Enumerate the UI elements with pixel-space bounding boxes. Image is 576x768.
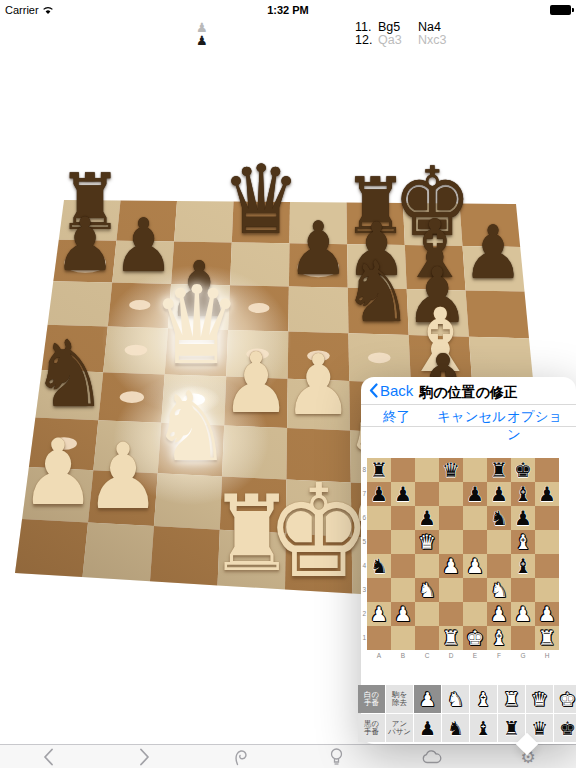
next-move-button[interactable] <box>128 745 160 768</box>
square-g7[interactable]: ♝ <box>511 482 535 506</box>
white-king-icon: ♚ <box>559 688 576 710</box>
white-knight-icon: ♞ <box>447 688 464 710</box>
square-h2[interactable]: ♟ <box>535 602 559 626</box>
rank-labels: 87654321 <box>361 458 366 650</box>
square-f1[interactable]: ♝ <box>487 626 511 650</box>
palette-white-king[interactable]: ♚ <box>554 685 576 713</box>
chevron-left-icon <box>43 748 54 766</box>
file-label: E <box>463 651 487 661</box>
white-pawn: ♟ <box>538 602 556 626</box>
square-a6[interactable] <box>367 506 391 530</box>
square-h5[interactable] <box>535 530 559 554</box>
square-f7[interactable]: ♟ <box>487 482 511 506</box>
black-pawn: ♟ <box>538 482 556 506</box>
square-h3[interactable] <box>535 578 559 602</box>
cloud-icon <box>422 750 442 764</box>
square-c4[interactable] <box>415 554 439 578</box>
white-queen-icon: ♛ <box>531 688 548 710</box>
square-d3[interactable] <box>439 578 463 602</box>
square-c1[interactable] <box>415 626 439 650</box>
white-knight: ♞ <box>418 578 436 602</box>
square-c5[interactable]: ♛ <box>415 530 439 554</box>
square-a8[interactable]: ♜ <box>367 458 391 482</box>
square-a3[interactable] <box>367 578 391 602</box>
square-d6[interactable] <box>439 506 463 530</box>
white-rook: ♜ <box>442 626 460 650</box>
black-pawn: ♟ <box>466 482 484 506</box>
square-h7[interactable]: ♟ <box>535 482 559 506</box>
white-king: ♚ <box>466 626 484 650</box>
file-label: C <box>415 651 439 661</box>
black-king: ♚ <box>514 458 532 482</box>
palette-white-pawn[interactable]: ♟ <box>414 685 441 713</box>
square-g4[interactable]: ♝ <box>511 554 535 578</box>
file-label: G <box>511 651 535 661</box>
white-pawn-icon: ♟ <box>419 688 436 710</box>
white-bishop-icon: ♝ <box>475 688 492 710</box>
done-button[interactable]: 終了 <box>383 408 410 426</box>
square-b5[interactable] <box>391 530 415 554</box>
en-passant-button[interactable]: アンパサン <box>386 714 413 742</box>
square-a5[interactable] <box>367 530 391 554</box>
rank-label: 1 <box>361 626 366 650</box>
white-pawn: ♟ <box>490 602 508 626</box>
status-bar: Carrier 1:32 PM <box>0 0 576 20</box>
rank-label: 3 <box>361 578 366 602</box>
palette-label: パサン <box>388 728 411 737</box>
rank-label: 6 <box>361 506 366 530</box>
rank-label: 5 <box>361 530 366 554</box>
square-f3[interactable]: ♞ <box>487 578 511 602</box>
move-list: ♟ 11. Bg5 Na4 ♟ 12. Qa3 Nxc3 <box>0 20 576 56</box>
square-d1[interactable]: ♜ <box>439 626 463 650</box>
square-b4[interactable] <box>391 554 415 578</box>
square-d7[interactable] <box>439 482 463 506</box>
file-label: D <box>439 651 463 661</box>
rank-label: 7 <box>361 482 366 506</box>
square-h6[interactable] <box>535 506 559 530</box>
square-d5[interactable] <box>439 530 463 554</box>
square-b1[interactable] <box>391 626 415 650</box>
options-button[interactable]: オプション <box>507 408 576 444</box>
square-d2[interactable] <box>439 602 463 626</box>
square-d8[interactable]: ♛ <box>439 458 463 482</box>
white-pawn: ♟ <box>442 554 460 578</box>
palette-label: 手番 <box>364 699 379 708</box>
black-pawn: ♟ <box>394 482 412 506</box>
square-e3[interactable] <box>463 578 487 602</box>
palette-white-queen[interactable]: ♛ <box>526 685 553 713</box>
white-knight: ♞ <box>490 578 508 602</box>
square-g2[interactable]: ♟ <box>511 602 535 626</box>
move-row: ♟ 11. Bg5 Na4 <box>0 21 576 34</box>
bottom-toolbar: ⚙ <box>0 744 576 768</box>
edit-position-popover: Back 駒の位置の修正 終了 キャンセル オプション 87654321 ♜♛♜… <box>361 377 576 744</box>
black-pawn: ♟ <box>514 506 532 530</box>
black-queen-icon: ♛ <box>531 717 548 739</box>
white-pawn: ♟ <box>370 602 388 626</box>
file-labels: ABCDEFGH <box>367 651 559 661</box>
battery-icon <box>550 5 571 15</box>
black-to-move-button[interactable]: 黒の手番 <box>358 714 385 742</box>
square-g6[interactable]: ♟ <box>511 506 535 530</box>
black-queen: ♛ <box>442 458 460 482</box>
black-move[interactable]: Nxc3 <box>418 34 446 47</box>
black-pawn: ♟ <box>418 506 436 530</box>
black-king-icon: ♚ <box>559 717 576 739</box>
palette-black-bishop[interactable]: ♝ <box>470 714 497 742</box>
square-g8[interactable]: ♚ <box>511 458 535 482</box>
square-h1[interactable]: ♜ <box>535 626 559 650</box>
square-g1[interactable] <box>511 626 535 650</box>
chevron-right-icon <box>139 748 150 766</box>
piece-palette: 白の手番駒を除去♟♞♝♜♛♚黒の手番アンパサン♟♞♝♜♛♚ <box>358 685 576 742</box>
black-pawn-icon: ♟ <box>419 717 436 739</box>
square-e7[interactable]: ♟ <box>463 482 487 506</box>
rank-label: 8 <box>361 458 366 482</box>
palette-white-knight[interactable]: ♞ <box>442 685 469 713</box>
palette-white-bishop[interactable]: ♝ <box>470 685 497 713</box>
white-rook-icon: ♜ <box>503 688 520 710</box>
square-b8[interactable] <box>391 458 415 482</box>
square-a2[interactable]: ♟ <box>367 602 391 626</box>
square-f8[interactable]: ♜ <box>487 458 511 482</box>
black-bishop: ♝ <box>514 482 532 506</box>
white-to-move-button[interactable]: 白の手番 <box>358 685 385 713</box>
square-c7[interactable] <box>415 482 439 506</box>
square-h8[interactable] <box>535 458 559 482</box>
white-move[interactable]: Qa3 <box>378 34 402 47</box>
file-label: B <box>391 651 415 661</box>
square-b2[interactable]: ♟ <box>391 602 415 626</box>
previous-move-button[interactable] <box>32 745 64 768</box>
popover-actions: 終了 キャンセル オプション <box>361 405 576 427</box>
square-f2[interactable]: ♟ <box>487 602 511 626</box>
hint-button[interactable] <box>320 745 352 768</box>
black-bishop-icon: ♝ <box>475 717 492 739</box>
square-c3[interactable]: ♞ <box>415 578 439 602</box>
square-e4[interactable]: ♟ <box>463 554 487 578</box>
square-c8[interactable] <box>415 458 439 482</box>
square-e2[interactable] <box>463 602 487 626</box>
cancel-button[interactable]: キャンセル <box>437 408 506 426</box>
cloud-button[interactable] <box>416 745 448 768</box>
square-a7[interactable]: ♟ <box>367 482 391 506</box>
square-f4[interactable] <box>487 554 511 578</box>
palette-label: 手番 <box>364 728 379 737</box>
square-c2[interactable] <box>415 602 439 626</box>
square-b3[interactable] <box>391 578 415 602</box>
palette-black-knight[interactable]: ♞ <box>442 714 469 742</box>
white-bishop: ♝ <box>514 530 532 554</box>
file-label: A <box>367 651 391 661</box>
square-e1[interactable]: ♚ <box>463 626 487 650</box>
ear-icon <box>232 748 248 766</box>
white-bishop: ♝ <box>490 626 508 650</box>
black-bishop: ♝ <box>514 554 532 578</box>
white-pawn: ♟ <box>394 602 412 626</box>
square-f5[interactable] <box>487 530 511 554</box>
clock: 1:32 PM <box>0 4 576 16</box>
remove-piece-button[interactable]: 駒を除去 <box>386 685 413 713</box>
file-label: H <box>535 651 559 661</box>
black-pawn: ♟ <box>490 482 508 506</box>
white-rook: ♜ <box>538 626 556 650</box>
move-row: ♟ 12. Qa3 Nxc3 <box>0 34 576 47</box>
black-pawn-badge-icon: ♟ <box>196 34 208 47</box>
palette-label: 除去 <box>392 699 407 708</box>
white-pawn: ♟ <box>466 554 484 578</box>
move-number: 12. <box>355 34 372 47</box>
square-e6[interactable] <box>463 506 487 530</box>
black-knight: ♞ <box>490 506 508 530</box>
hint-lightbulb-icon <box>330 748 343 767</box>
square-h4[interactable] <box>535 554 559 578</box>
square-g5[interactable]: ♝ <box>511 530 535 554</box>
black-rook: ♜ <box>490 458 508 482</box>
square-a4[interactable]: ♞ <box>367 554 391 578</box>
black-knight: ♞ <box>370 554 388 578</box>
square-c6[interactable]: ♟ <box>415 506 439 530</box>
square-f6[interactable]: ♞ <box>487 506 511 530</box>
ear-button[interactable] <box>224 745 256 768</box>
square-d4[interactable]: ♟ <box>439 554 463 578</box>
popover-title: 駒の位置の修正 <box>361 384 576 402</box>
square-e5[interactable] <box>463 530 487 554</box>
black-rook-icon: ♜ <box>503 717 520 739</box>
rank-label: 4 <box>361 554 366 578</box>
square-b6[interactable] <box>391 506 415 530</box>
white-pawn: ♟ <box>514 602 532 626</box>
square-a1[interactable] <box>367 626 391 650</box>
square-g3[interactable] <box>511 578 535 602</box>
board-2d[interactable]: ♜♛♜♚♟♟♟♟♝♟♟♞♟♛♝♞♟♟♝♞♞♟♟♟♟♟♜♚♝♜ <box>367 458 559 650</box>
black-rook: ♜ <box>370 458 388 482</box>
black-knight-icon: ♞ <box>447 717 464 739</box>
white-queen: ♛ <box>418 530 436 554</box>
square-e8[interactable] <box>463 458 487 482</box>
palette-black-pawn[interactable]: ♟ <box>414 714 441 742</box>
palette-white-rook[interactable]: ♜ <box>498 685 525 713</box>
square-b7[interactable]: ♟ <box>391 482 415 506</box>
palette-black-king[interactable]: ♚ <box>554 714 576 742</box>
popover-navbar: Back 駒の位置の修正 <box>361 377 576 405</box>
file-label: F <box>487 651 511 661</box>
rank-label: 2 <box>361 602 366 626</box>
black-pawn: ♟ <box>370 482 388 506</box>
